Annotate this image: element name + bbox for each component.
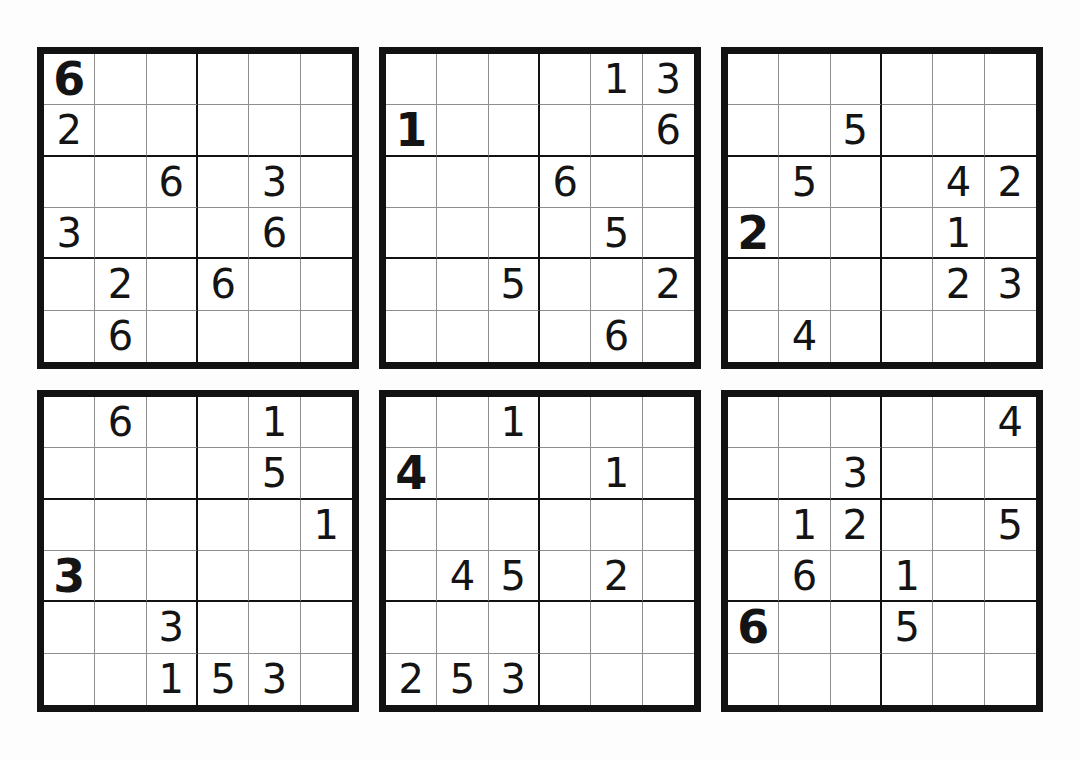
empty-cell[interactable] [831,259,882,310]
empty-cell[interactable] [643,500,694,551]
empty-cell[interactable] [643,654,694,705]
given-cell: 5 [985,500,1036,551]
empty-cell[interactable] [728,551,779,602]
empty-cell[interactable] [44,448,95,499]
given-cell: 3 [831,448,882,499]
empty-cell[interactable] [386,259,437,310]
empty-cell[interactable] [728,500,779,551]
empty-cell[interactable] [301,157,352,208]
given-cell: 1 [489,397,540,448]
given-cell: 5 [779,157,830,208]
given-cell: 6 [779,551,830,602]
given-cell: 4 [985,397,1036,448]
empty-cell[interactable] [489,105,540,156]
empty-cell[interactable] [728,157,779,208]
empty-cell[interactable] [591,105,642,156]
empty-cell[interactable] [831,397,882,448]
given-cell: 1 [301,500,352,551]
empty-cell[interactable] [540,397,591,448]
sudoku-board-5: 141452253 [379,390,701,712]
empty-cell[interactable] [643,448,694,499]
empty-cell[interactable] [386,397,437,448]
given-cell: 2 [591,551,642,602]
empty-cell[interactable] [198,311,249,362]
given-cell: 5 [489,551,540,602]
given-cell: 2 [44,105,95,156]
empty-cell[interactable] [882,448,933,499]
given-cell: 6 [147,157,198,208]
given-cell: 1 [591,448,642,499]
empty-cell[interactable] [540,602,591,653]
empty-cell[interactable] [147,54,198,105]
empty-cell[interactable] [831,551,882,602]
given-cell: 4 [437,551,488,602]
empty-cell[interactable] [882,500,933,551]
empty-cell[interactable] [882,208,933,259]
empty-cell[interactable] [933,311,984,362]
empty-cell[interactable] [728,654,779,705]
given-cell: 1 [147,654,198,705]
given-cell: 5 [198,654,249,705]
empty-cell[interactable] [301,602,352,653]
empty-cell[interactable] [198,208,249,259]
empty-cell[interactable] [540,259,591,310]
empty-cell[interactable] [95,654,146,705]
empty-cell[interactable] [437,311,488,362]
empty-cell[interactable] [882,105,933,156]
empty-cell[interactable] [147,311,198,362]
empty-cell[interactable] [643,397,694,448]
empty-cell[interactable] [779,54,830,105]
empty-cell[interactable] [831,311,882,362]
given-cell: 6 [198,259,249,310]
empty-cell[interactable] [643,551,694,602]
given-cell: 2 [933,259,984,310]
empty-cell[interactable] [437,259,488,310]
sudoku-board-6: 431256165 [721,390,1043,712]
empty-cell[interactable] [643,311,694,362]
empty-cell[interactable] [591,157,642,208]
empty-cell[interactable] [386,157,437,208]
empty-cell[interactable] [147,500,198,551]
empty-cell[interactable] [249,500,300,551]
empty-cell[interactable] [933,54,984,105]
empty-cell[interactable] [831,602,882,653]
empty-cell[interactable] [728,54,779,105]
empty-cell[interactable] [147,397,198,448]
given-cell: 5 [831,105,882,156]
empty-cell[interactable] [489,448,540,499]
empty-cell[interactable] [933,602,984,653]
empty-cell[interactable] [489,157,540,208]
empty-cell[interactable] [933,500,984,551]
empty-cell[interactable] [933,448,984,499]
empty-cell[interactable] [249,551,300,602]
empty-cell[interactable] [728,311,779,362]
empty-cell[interactable] [198,500,249,551]
empty-cell[interactable] [386,208,437,259]
given-cell: 4 [779,311,830,362]
empty-cell[interactable] [437,448,488,499]
empty-cell[interactable] [882,654,933,705]
empty-cell[interactable] [44,654,95,705]
empty-cell[interactable] [882,397,933,448]
empty-cell[interactable] [933,105,984,156]
empty-cell[interactable] [489,54,540,105]
empty-cell[interactable] [831,54,882,105]
empty-cell[interactable] [779,208,830,259]
given-cell: 6 [643,105,694,156]
empty-cell[interactable] [147,259,198,310]
empty-cell[interactable] [933,654,984,705]
empty-cell[interactable] [44,157,95,208]
empty-cell[interactable] [437,602,488,653]
empty-cell[interactable] [198,157,249,208]
empty-cell[interactable] [437,54,488,105]
empty-cell[interactable] [882,157,933,208]
empty-cell[interactable] [301,311,352,362]
empty-cell[interactable] [779,448,830,499]
empty-cell[interactable] [95,602,146,653]
empty-cell[interactable] [728,397,779,448]
given-cell: 3 [489,654,540,705]
empty-cell[interactable] [540,500,591,551]
empty-cell[interactable] [301,259,352,310]
empty-cell[interactable] [591,602,642,653]
empty-cell[interactable] [198,551,249,602]
empty-cell[interactable] [437,105,488,156]
given-cell: 5 [249,448,300,499]
empty-cell[interactable] [985,54,1036,105]
empty-cell[interactable] [95,500,146,551]
empty-cell[interactable] [147,208,198,259]
given-cell: 2 [985,157,1036,208]
given-cell: 3 [985,259,1036,310]
empty-cell[interactable] [591,500,642,551]
empty-cell[interactable] [386,500,437,551]
empty-cell[interactable] [437,500,488,551]
sudoku-board-4: 615133153 [37,390,359,712]
given-cell: 2 [643,259,694,310]
empty-cell[interactable] [882,311,933,362]
empty-cell[interactable] [489,208,540,259]
given-cell: 5 [882,602,933,653]
empty-cell[interactable] [779,105,830,156]
empty-cell[interactable] [44,397,95,448]
empty-cell[interactable] [44,311,95,362]
empty-cell[interactable] [882,259,933,310]
empty-cell[interactable] [437,397,488,448]
empty-cell[interactable] [44,259,95,310]
empty-cell[interactable] [882,54,933,105]
empty-cell[interactable] [540,448,591,499]
empty-cell[interactable] [386,551,437,602]
empty-cell[interactable] [540,54,591,105]
empty-cell[interactable] [831,157,882,208]
empty-cell[interactable] [95,208,146,259]
empty-cell[interactable] [831,208,882,259]
empty-cell[interactable] [147,551,198,602]
empty-cell[interactable] [591,259,642,310]
empty-cell[interactable] [489,311,540,362]
empty-cell[interactable] [95,157,146,208]
given-cell: 2 [831,500,882,551]
empty-cell[interactable] [249,602,300,653]
empty-cell[interactable] [249,54,300,105]
given-cell: 1 [591,54,642,105]
empty-cell[interactable] [540,105,591,156]
given-cell: 1 [882,551,933,602]
empty-cell[interactable] [301,208,352,259]
given-cell: 5 [489,259,540,310]
empty-cell[interactable] [301,448,352,499]
empty-cell[interactable] [147,105,198,156]
given-cell: 5 [591,208,642,259]
empty-cell[interactable] [437,208,488,259]
empty-cell[interactable] [95,105,146,156]
empty-cell[interactable] [44,602,95,653]
empty-cell[interactable] [386,311,437,362]
empty-cell[interactable] [643,208,694,259]
page: { "game": "sudoku-6x6", "description": "… [0,0,1080,760]
empty-cell[interactable] [779,397,830,448]
given-cell: 6 [44,54,95,105]
empty-cell[interactable] [540,208,591,259]
empty-cell[interactable] [540,654,591,705]
empty-cell[interactable] [386,54,437,105]
empty-cell[interactable] [95,448,146,499]
given-cell: 6 [249,208,300,259]
empty-cell[interactable] [437,157,488,208]
empty-cell[interactable] [779,654,830,705]
empty-cell[interactable] [386,602,437,653]
given-cell: 1 [933,208,984,259]
empty-cell[interactable] [728,448,779,499]
empty-cell[interactable] [198,397,249,448]
empty-cell[interactable] [591,397,642,448]
empty-cell[interactable] [985,105,1036,156]
empty-cell[interactable] [198,54,249,105]
empty-cell[interactable] [985,551,1036,602]
empty-cell[interactable] [985,448,1036,499]
given-cell: 2 [728,208,779,259]
empty-cell[interactable] [301,54,352,105]
empty-cell[interactable] [933,551,984,602]
empty-cell[interactable] [489,500,540,551]
given-cell: 1 [249,397,300,448]
empty-cell[interactable] [301,654,352,705]
empty-cell[interactable] [540,311,591,362]
empty-cell[interactable] [985,311,1036,362]
empty-cell[interactable] [44,500,95,551]
empty-cell[interactable] [779,259,830,310]
given-cell: 6 [95,397,146,448]
empty-cell[interactable] [540,551,591,602]
given-cell: 3 [643,54,694,105]
empty-cell[interactable] [301,105,352,156]
empty-cell[interactable] [301,551,352,602]
empty-cell[interactable] [933,397,984,448]
given-cell: 1 [386,105,437,156]
empty-cell[interactable] [728,105,779,156]
empty-cell[interactable] [95,551,146,602]
given-cell: 1 [779,500,830,551]
empty-cell[interactable] [249,259,300,310]
sudoku-board-1: 626336266 [37,47,359,369]
empty-cell[interactable] [831,654,882,705]
given-cell: 6 [95,311,146,362]
empty-cell[interactable] [985,654,1036,705]
given-cell: 5 [437,654,488,705]
empty-cell[interactable] [591,654,642,705]
empty-cell[interactable] [249,311,300,362]
empty-cell[interactable] [95,54,146,105]
given-cell: 3 [44,208,95,259]
empty-cell[interactable] [301,397,352,448]
given-cell: 6 [540,157,591,208]
sudoku-board-2: 131665526 [379,47,701,369]
empty-cell[interactable] [249,105,300,156]
empty-cell[interactable] [643,602,694,653]
empty-cell[interactable] [728,259,779,310]
given-cell: 3 [147,602,198,653]
given-cell: 6 [591,311,642,362]
given-cell: 3 [249,157,300,208]
empty-cell[interactable] [643,157,694,208]
given-cell: 3 [44,551,95,602]
sudoku-board-3: 554221234 [721,47,1043,369]
empty-cell[interactable] [489,602,540,653]
empty-cell[interactable] [985,208,1036,259]
given-cell: 4 [933,157,984,208]
given-cell: 4 [386,448,437,499]
given-cell: 3 [249,654,300,705]
empty-cell[interactable] [147,448,198,499]
given-cell: 2 [386,654,437,705]
empty-cell[interactable] [198,602,249,653]
given-cell: 2 [95,259,146,310]
empty-cell[interactable] [985,602,1036,653]
empty-cell[interactable] [198,448,249,499]
given-cell: 6 [728,602,779,653]
empty-cell[interactable] [779,602,830,653]
sudoku-sheet: 626336266 131665526 554221234 615133153 … [0,0,1080,760]
empty-cell[interactable] [198,105,249,156]
